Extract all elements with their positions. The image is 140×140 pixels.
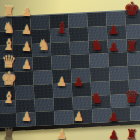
pieces-layer: ♜♞♝♛♚♝♜♟♟♟♟♟♞♟♟♟♝♟♞♞♟♟♟♟♚♜♛♜ bbox=[0, 0, 140, 140]
chess-photo-stage: ♜♞♝♛♚♝♜♟♟♟♟♟♞♟♟♟♝♟♞♞♟♟♟♟♚♜♛♜ bbox=[0, 0, 140, 140]
red-rook-c8[interactable]: ♜ bbox=[122, 35, 140, 53]
white-pawn-c2[interactable]: ♟ bbox=[17, 35, 35, 53]
white-rook-h1[interactable]: ♜ bbox=[0, 122, 18, 140]
red-bishop-b4[interactable]: ♝ bbox=[52, 17, 70, 35]
red-knight-c6[interactable]: ♞ bbox=[87, 35, 105, 53]
red-pawn-b7[interactable]: ♟ bbox=[105, 17, 123, 35]
white-pawn-g5[interactable]: ♟ bbox=[70, 105, 88, 123]
red-queen-f8[interactable]: ♛ bbox=[122, 87, 140, 105]
red-pawn-g7[interactable]: ♟ bbox=[105, 105, 123, 123]
white-rook-a1[interactable]: ♜ bbox=[0, 0, 18, 18]
white-knight-c3[interactable]: ♞ bbox=[35, 35, 53, 53]
white-king-e1[interactable]: ♚ bbox=[0, 70, 18, 88]
red-king-a8[interactable]: ♚ bbox=[122, 0, 140, 18]
red-pawn-h7[interactable]: ♟ bbox=[105, 122, 123, 140]
white-pawn-b2[interactable]: ♟ bbox=[17, 17, 35, 35]
white-pawn-g2[interactable]: ♟ bbox=[17, 105, 35, 123]
white-bishop-c1[interactable]: ♝ bbox=[0, 35, 18, 53]
red-rook-h8[interactable]: ♜ bbox=[122, 122, 140, 140]
white-pawn-a2[interactable]: ♟ bbox=[17, 0, 35, 18]
white-pawn-d2[interactable]: ♟ bbox=[17, 52, 35, 70]
red-pawn-e5[interactable]: ♟ bbox=[70, 70, 88, 88]
red-pawn-c7[interactable]: ♟ bbox=[105, 35, 123, 53]
white-knight-b1[interactable]: ♞ bbox=[0, 17, 18, 35]
red-knight-f6[interactable]: ♞ bbox=[87, 87, 105, 105]
white-bishop-f1[interactable]: ♝ bbox=[0, 87, 18, 105]
white-pawn-e4[interactable]: ♟ bbox=[52, 70, 70, 88]
white-pawn-h4[interactable]: ♟ bbox=[52, 122, 70, 140]
